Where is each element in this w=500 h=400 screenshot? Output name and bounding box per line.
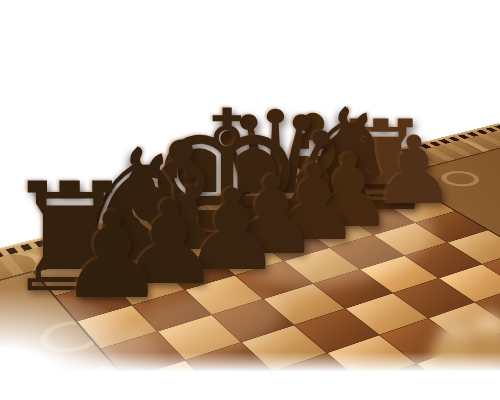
blurred-pawn-body — [466, 332, 500, 374]
out-of-focus-piece — [400, 280, 500, 375]
studio-background-band — [0, 371, 500, 400]
photo-scene: ♜♞♝♚♛♝♞♜♟♟♟♟♟♟♟♟ — [0, 0, 500, 400]
piece-a7-pawn[interactable]: ♟ — [58, 196, 166, 316]
